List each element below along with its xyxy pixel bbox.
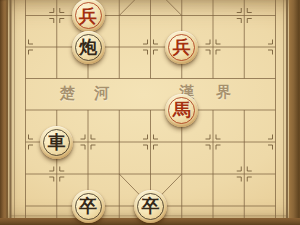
river-char: 界 — [216, 85, 231, 100]
piece-character: 車 — [48, 133, 66, 151]
piece-red-soldier[interactable]: 兵 — [165, 31, 198, 64]
piece-black-chariot[interactable]: 車 — [40, 126, 73, 159]
piece-character: 馬 — [173, 101, 191, 119]
piece-black-soldier[interactable]: 卒 — [134, 190, 167, 223]
piece-character: 卒 — [79, 197, 97, 215]
piece-black-cannon[interactable]: 炮 — [72, 31, 105, 64]
piece-character: 兵 — [173, 38, 191, 56]
piece-character: 炮 — [79, 38, 97, 56]
board-frame-left — [0, 0, 8, 225]
xiangqi-app-view: 楚 河 漢 界 兵炮兵馬車卒卒 — [0, 0, 300, 225]
piece-red-horse[interactable]: 馬 — [165, 94, 198, 127]
river-label-chu-he: 楚 河 — [60, 86, 109, 101]
piece-black-soldier[interactable]: 卒 — [72, 190, 105, 223]
river-char: 楚 — [60, 86, 75, 101]
river-char: 河 — [94, 86, 109, 101]
piece-red-soldier[interactable]: 兵 — [72, 0, 105, 32]
board-frame-right — [289, 0, 300, 225]
piece-character: 卒 — [142, 197, 160, 215]
piece-character: 兵 — [79, 6, 97, 24]
